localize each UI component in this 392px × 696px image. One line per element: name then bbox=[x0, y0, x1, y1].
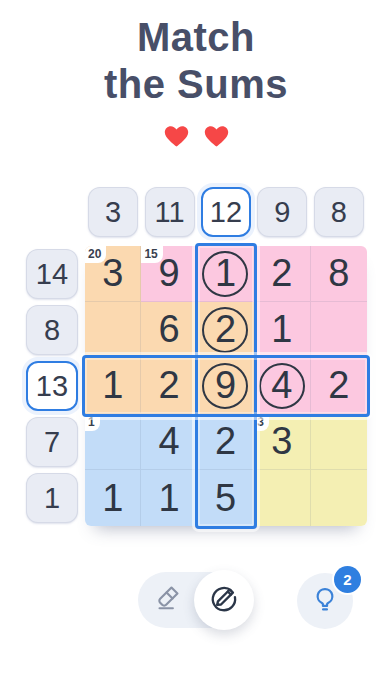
cell-value: 1 bbox=[159, 477, 180, 520]
cell-r4c4[interactable] bbox=[311, 470, 367, 526]
cell-value: 5 bbox=[215, 477, 236, 520]
cell-value: 2 bbox=[215, 420, 236, 463]
cell-r3c2[interactable]: 2 bbox=[198, 414, 254, 470]
heart-icon bbox=[203, 123, 230, 148]
cell-r4c3[interactable] bbox=[254, 470, 310, 526]
cell-r0c2[interactable]: 1 bbox=[198, 246, 254, 302]
row-sum-header-1[interactable]: 8 bbox=[26, 305, 78, 355]
cell-r0c3[interactable]: 2 bbox=[254, 246, 310, 302]
eraser-button[interactable] bbox=[140, 572, 194, 628]
row-sum-header-4[interactable]: 1 bbox=[26, 473, 78, 523]
cell-value: 4 bbox=[159, 420, 180, 463]
cell-r2c4[interactable]: 2 bbox=[311, 358, 367, 414]
cell-r1c0[interactable] bbox=[85, 302, 141, 358]
row-sum-header-2[interactable]: 13 bbox=[26, 361, 78, 411]
match-the-sums-screen: Match the Sums 3 11 12 9 8 14 8 13 7 1 2… bbox=[0, 0, 392, 696]
cell-r2c1[interactable]: 2 bbox=[141, 358, 197, 414]
cell-r3c0[interactable]: 1 bbox=[85, 414, 141, 470]
title-line-1: Match bbox=[0, 14, 392, 61]
col-sum-header-1[interactable]: 11 bbox=[145, 187, 195, 237]
cage-label: 15 bbox=[141, 246, 162, 263]
cell-r1c3[interactable]: 1 bbox=[254, 302, 310, 358]
cell-value: 1 bbox=[102, 364, 123, 407]
row-sum-header-0[interactable]: 14 bbox=[26, 249, 78, 299]
lives-indicator bbox=[0, 123, 392, 148]
row-sum-header-3[interactable]: 7 bbox=[26, 417, 78, 467]
cell-r4c1[interactable]: 1 bbox=[141, 470, 197, 526]
cell-r4c2[interactable]: 5 bbox=[198, 470, 254, 526]
pencil-circle-icon bbox=[207, 581, 241, 619]
cell-value: 2 bbox=[328, 364, 349, 407]
pencil-button[interactable] bbox=[194, 570, 254, 630]
cell-value-circled: 4 bbox=[259, 363, 305, 409]
cell-value-circled: 2 bbox=[202, 307, 248, 353]
cell-r1c4[interactable] bbox=[311, 302, 367, 358]
cell-r2c0[interactable]: 1 bbox=[85, 358, 141, 414]
row-sums: 14 8 13 7 1 bbox=[26, 246, 78, 526]
hint-count-badge: 2 bbox=[334, 566, 361, 593]
cell-r3c1[interactable]: 4 bbox=[141, 414, 197, 470]
col-sum-header-3[interactable]: 9 bbox=[257, 187, 307, 237]
cell-r2c3[interactable]: 4 bbox=[254, 358, 310, 414]
col-sum-header-4[interactable]: 8 bbox=[314, 187, 364, 237]
lightbulb-icon bbox=[309, 583, 341, 619]
title-line-2: the Sums bbox=[0, 61, 392, 108]
cell-r0c4[interactable]: 8 bbox=[311, 246, 367, 302]
cell-r1c1[interactable]: 6 bbox=[141, 302, 197, 358]
cage-label: 1 bbox=[85, 414, 100, 431]
cell-value: 3 bbox=[102, 252, 123, 295]
cell-value-circled: 9 bbox=[202, 363, 248, 409]
cell-r3c4[interactable] bbox=[311, 414, 367, 470]
cell-value-circled: 1 bbox=[202, 251, 248, 297]
cell-r3c3[interactable]: 33 bbox=[254, 414, 310, 470]
cell-value: 6 bbox=[159, 308, 180, 351]
heart-icon bbox=[163, 123, 190, 148]
eraser-icon bbox=[151, 582, 183, 618]
cell-value: 3 bbox=[271, 420, 292, 463]
col-sum-header-2[interactable]: 12 bbox=[201, 187, 251, 237]
cell-r1c2[interactable]: 2 bbox=[198, 302, 254, 358]
cell-r0c1[interactable]: 159 bbox=[141, 246, 197, 302]
column-sums: 3 11 12 9 8 bbox=[85, 186, 367, 238]
cell-value: 2 bbox=[271, 252, 292, 295]
cell-value: 1 bbox=[271, 308, 292, 351]
cell-value: 2 bbox=[159, 364, 180, 407]
page-title: Match the Sums bbox=[0, 14, 392, 108]
col-sum-header-0[interactable]: 3 bbox=[88, 187, 138, 237]
cell-r0c0[interactable]: 203 bbox=[85, 246, 141, 302]
puzzle-grid: 203 159 1 2 8 6 2 1 1 2 9 4 2 1 4 2 33 1… bbox=[85, 246, 367, 526]
cage-label: 20 bbox=[85, 246, 106, 263]
cell-r2c2[interactable]: 9 bbox=[198, 358, 254, 414]
cage-label: 3 bbox=[254, 414, 269, 431]
cell-value: 1 bbox=[102, 477, 123, 520]
cell-value: 8 bbox=[328, 252, 349, 295]
cell-r4c0[interactable]: 1 bbox=[85, 470, 141, 526]
